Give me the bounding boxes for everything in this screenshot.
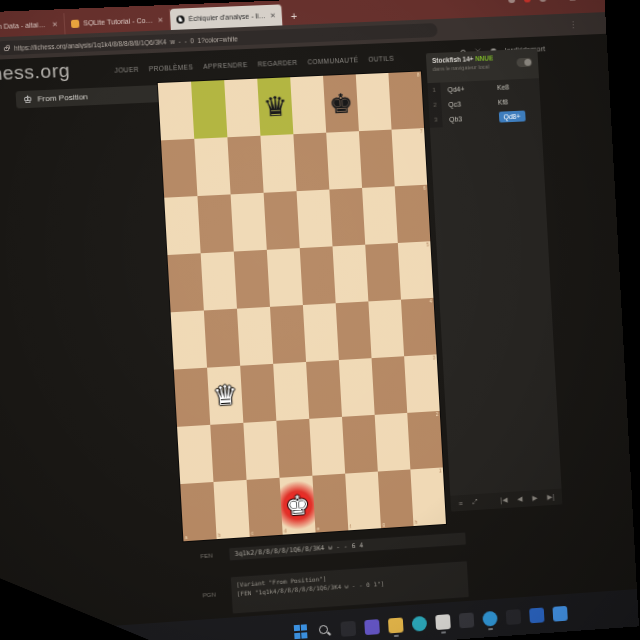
move-black-1[interactable]: Ke8 <box>490 82 540 91</box>
square-g1[interactable]: g <box>378 469 414 528</box>
square-f8[interactable]: ♚ <box>323 74 359 132</box>
window-controls[interactable]: — ▢ ✕ <box>555 0 591 2</box>
square-c1[interactable]: c <box>247 478 283 537</box>
notepad-icon[interactable] <box>435 614 451 630</box>
square-d8[interactable]: ♛ <box>257 77 293 136</box>
white-king[interactable]: ♚ <box>285 491 311 520</box>
main-nav: JOUERPROBLÈMESAPPRENDREREGARDERCOMMUNAUT… <box>114 55 394 74</box>
square-e2[interactable] <box>309 417 345 476</box>
new-tab-button[interactable]: + <box>290 10 297 22</box>
terminal-icon[interactable] <box>506 609 521 625</box>
square-h4[interactable]: 4 <box>401 298 437 356</box>
task-view-icon[interactable] <box>340 620 356 636</box>
monitor-photo: Custom Data - altair… ✕ SQLite Tutorial … <box>0 0 640 640</box>
square-e6[interactable] <box>297 190 333 249</box>
pen-app-icon[interactable] <box>552 605 567 621</box>
square-c5[interactable] <box>234 250 270 309</box>
square-f2[interactable] <box>342 415 378 474</box>
record-profile-icon[interactable] <box>524 0 531 3</box>
expand-icon[interactable]: ⤢ <box>472 498 478 506</box>
tab2-title: SQLite Tutorial - Codecademy <box>83 17 153 27</box>
app-dark-icon[interactable] <box>459 612 475 628</box>
square-f5[interactable] <box>333 245 369 304</box>
lichess-page: lichess.org JOUERPROBLÈMESAPPRENDREREGAR… <box>0 34 637 635</box>
square-e7[interactable] <box>293 133 329 191</box>
move-number: 3 <box>429 112 443 127</box>
square-b6[interactable] <box>197 194 233 253</box>
square-a2[interactable] <box>177 425 213 484</box>
extension-icon[interactable] <box>508 0 515 3</box>
square-c7[interactable] <box>227 136 263 195</box>
black-queen[interactable]: ♛ <box>262 92 288 120</box>
square-f1[interactable]: f <box>345 472 381 531</box>
move-list: 1Qd4+Ke82Qc3Kf83Qb3Qd8+ <box>427 78 541 128</box>
square-e4[interactable] <box>303 303 339 362</box>
lichess-logo[interactable]: lichess.org <box>0 60 71 87</box>
url-text: https://lichess.org/analysis/1q1k4/8/8/8… <box>14 35 238 51</box>
square-h2[interactable]: 2 <box>407 411 443 470</box>
square-g4[interactable] <box>368 300 404 359</box>
nav-item-communauté[interactable]: COMMUNAUTÉ <box>307 56 358 65</box>
tab3-close-icon[interactable]: ✕ <box>270 11 276 19</box>
square-d3[interactable] <box>273 362 309 421</box>
square-f6[interactable] <box>329 188 365 246</box>
word-icon[interactable] <box>529 607 544 623</box>
square-d2[interactable] <box>276 419 312 478</box>
move-number: 1 <box>427 83 441 98</box>
first-move-button[interactable]: |◀ <box>500 496 507 504</box>
square-g5[interactable] <box>365 243 401 301</box>
square-h1[interactable]: 1h <box>410 467 446 526</box>
square-e1[interactable]: e <box>312 474 348 533</box>
move-white-1[interactable]: Qd4+ <box>440 84 490 93</box>
sidebar-filler <box>430 123 562 496</box>
square-d6[interactable] <box>264 191 300 250</box>
prev-move-button[interactable]: ◀ <box>517 495 523 503</box>
square-a5[interactable] <box>167 253 203 312</box>
analysis-sidebar: Stockfish 14+ NNUE dans le navigateur lo… <box>426 49 563 512</box>
nav-item-apprendre[interactable]: APPRENDRE <box>203 61 248 70</box>
square-d7[interactable] <box>260 134 296 193</box>
move-white-3[interactable]: Qb3 <box>442 114 492 123</box>
tab1-close-icon[interactable]: ✕ <box>52 20 58 28</box>
chess-board: ♛♚87654♛32abc♚defg1h <box>158 71 446 541</box>
square-b5[interactable] <box>201 252 237 311</box>
nav-item-problèmes[interactable]: PROBLÈMES <box>149 63 194 72</box>
square-c4[interactable] <box>237 307 273 366</box>
square-h6[interactable]: 6 <box>395 185 431 243</box>
tab3-title: Échiquier d'analyse - liche… <box>188 12 266 22</box>
last-move-button[interactable]: ▶| <box>547 493 554 501</box>
black-king[interactable]: ♚ <box>328 89 354 117</box>
square-f4[interactable] <box>336 301 372 360</box>
square-c6[interactable] <box>231 193 267 252</box>
square-a3[interactable] <box>174 368 210 427</box>
tab2-favicon <box>71 19 80 27</box>
square-d4[interactable] <box>270 305 306 364</box>
square-f3[interactable] <box>339 358 375 417</box>
app-purple-icon[interactable] <box>364 619 380 635</box>
white-queen[interactable]: ♛ <box>212 381 238 409</box>
move-white-2[interactable]: Qc3 <box>441 99 491 108</box>
move-black-3[interactable]: Qd8+ <box>492 112 542 121</box>
bezel-corner <box>0 578 150 640</box>
square-g6[interactable] <box>362 186 398 244</box>
square-g2[interactable] <box>375 413 411 472</box>
square-b2[interactable] <box>210 423 246 482</box>
square-b7[interactable] <box>194 137 230 196</box>
square-a4[interactable] <box>171 310 207 369</box>
file-explorer-icon[interactable] <box>388 617 404 633</box>
white-king-icon: ♔ <box>23 94 33 106</box>
square-a6[interactable] <box>164 196 200 255</box>
tab2-close-icon[interactable]: ✕ <box>157 16 163 24</box>
square-h8[interactable]: 8 <box>388 71 424 129</box>
start-button[interactable] <box>293 624 309 640</box>
fen-label: FEN <box>200 552 212 559</box>
screen: Custom Data - altair… ✕ SQLite Tutorial … <box>0 0 639 640</box>
square-g3[interactable] <box>372 356 408 415</box>
nnue-badge: NNUE <box>475 54 493 62</box>
square-g7[interactable] <box>359 130 395 188</box>
square-h7[interactable]: 7 <box>392 128 428 186</box>
engine-box: Stockfish 14+ NNUE dans le navigateur lo… <box>426 49 539 84</box>
square-e3[interactable] <box>306 360 342 419</box>
square-f7[interactable] <box>326 131 362 189</box>
square-d1[interactable]: ♚d <box>280 476 316 535</box>
search-icon[interactable] <box>317 622 333 638</box>
browser-teal-icon[interactable] <box>412 615 428 631</box>
nav-item-regarder[interactable]: REGARDER <box>257 59 297 68</box>
square-c3[interactable] <box>240 364 276 423</box>
move-number: 2 <box>428 97 442 112</box>
square-d5[interactable] <box>267 248 303 307</box>
engine-toggle[interactable] <box>516 58 532 68</box>
square-h5[interactable]: 5 <box>398 241 434 299</box>
square-h3[interactable]: 3 <box>404 354 440 412</box>
square-b3[interactable]: ♛ <box>207 366 243 425</box>
toolbar-more-icon[interactable]: ⋮ <box>569 20 581 29</box>
pgn-label: PGN <box>203 591 216 598</box>
move-black-2[interactable]: Kf8 <box>491 97 541 106</box>
square-b4[interactable] <box>204 309 240 368</box>
square-a1[interactable]: a <box>180 482 216 541</box>
nav-item-outils[interactable]: OUTILS <box>368 55 394 63</box>
padlock-icon <box>4 47 9 51</box>
nav-item-jouer[interactable]: JOUER <box>114 66 139 74</box>
square-e8[interactable] <box>290 76 326 134</box>
menu-icon[interactable]: ≡ <box>458 499 462 506</box>
square-b8[interactable] <box>191 80 227 139</box>
tab1-title: Custom Data - altair… <box>0 21 48 31</box>
square-g8[interactable] <box>356 73 392 131</box>
tab3-favicon-knight-icon: ♞ <box>176 15 185 23</box>
variant-label: From Position <box>37 92 88 103</box>
fen-input[interactable] <box>228 532 467 562</box>
square-a7[interactable] <box>161 139 197 198</box>
menu-icon[interactable] <box>540 0 547 2</box>
next-move-button[interactable]: ▶ <box>532 494 538 502</box>
square-e5[interactable] <box>300 246 336 305</box>
square-a8[interactable] <box>158 82 194 141</box>
square-c2[interactable] <box>243 421 279 480</box>
square-c8[interactable] <box>224 79 260 138</box>
edge-icon[interactable] <box>482 610 497 626</box>
square-b1[interactable]: b <box>213 480 249 539</box>
